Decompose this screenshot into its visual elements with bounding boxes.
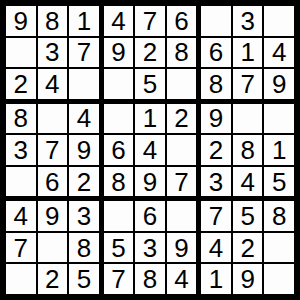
sudoku-cell-r4c8[interactable] <box>233 104 263 134</box>
sudoku-cell-r1c9[interactable] <box>264 6 294 36</box>
sudoku-cell-r8c3[interactable]: 8 <box>69 233 99 263</box>
sudoku-cell-r2c7[interactable]: 6 <box>201 38 231 68</box>
sudoku-cell-r5c6[interactable] <box>167 135 197 165</box>
sudoku-cell-r1c6[interactable]: 6 <box>167 6 197 36</box>
sudoku-cell-r4c6[interactable]: 2 <box>167 104 197 134</box>
sudoku-cell-r2c6[interactable]: 8 <box>167 38 197 68</box>
sudoku-cell-r6c6[interactable]: 7 <box>167 167 197 197</box>
sudoku-cell-r6c7[interactable]: 3 <box>201 167 231 197</box>
sudoku-cell-r6c5[interactable]: 9 <box>135 167 165 197</box>
sudoku-cell-r4c3[interactable]: 4 <box>69 104 99 134</box>
sudoku-cell-r3c1[interactable]: 2 <box>6 69 36 99</box>
sudoku-cell-r6c4[interactable]: 8 <box>104 167 134 197</box>
sudoku-cell-r5c9[interactable]: 1 <box>264 135 294 165</box>
sudoku-cell-r4c2[interactable] <box>38 104 68 134</box>
sudoku-cell-r9c6[interactable]: 4 <box>167 264 197 294</box>
sudoku-cell-r8c1[interactable]: 7 <box>6 233 36 263</box>
sudoku-cell-r3c6[interactable] <box>167 69 197 99</box>
sudoku-cell-r3c5[interactable]: 5 <box>135 69 165 99</box>
sudoku-cell-r2c3[interactable]: 7 <box>69 38 99 68</box>
sudoku-cell-r9c1[interactable] <box>6 264 36 294</box>
sudoku-cell-r9c8[interactable]: 9 <box>233 264 263 294</box>
sudoku-cell-r3c2[interactable]: 4 <box>38 69 68 99</box>
sudoku-cell-r1c8[interactable]: 3 <box>233 6 263 36</box>
sudoku-cell-r7c8[interactable]: 5 <box>233 201 263 231</box>
sudoku-cell-r7c1[interactable]: 4 <box>6 201 36 231</box>
sudoku-cell-r7c2[interactable]: 9 <box>38 201 68 231</box>
sudoku-cell-r1c3[interactable]: 1 <box>69 6 99 36</box>
sudoku-cell-r6c3[interactable]: 2 <box>69 167 99 197</box>
sudoku-cell-r7c4[interactable] <box>104 201 134 231</box>
sudoku-cell-r9c9[interactable] <box>264 264 294 294</box>
sudoku-cell-r6c8[interactable]: 4 <box>233 167 263 197</box>
sudoku-cell-r6c1[interactable] <box>6 167 36 197</box>
sudoku-cell-r3c7[interactable]: 8 <box>201 69 231 99</box>
sudoku-cell-r5c7[interactable]: 2 <box>201 135 231 165</box>
sudoku-cell-r5c3[interactable]: 9 <box>69 135 99 165</box>
sudoku-cell-r5c8[interactable]: 8 <box>233 135 263 165</box>
sudoku-cell-r9c3[interactable]: 5 <box>69 264 99 294</box>
sudoku-cell-r2c9[interactable]: 4 <box>264 38 294 68</box>
sudoku-cell-r5c1[interactable]: 3 <box>6 135 36 165</box>
sudoku-cell-r7c3[interactable]: 3 <box>69 201 99 231</box>
sudoku-cell-r1c5[interactable]: 7 <box>135 6 165 36</box>
sudoku-cell-r7c6[interactable] <box>167 201 197 231</box>
sudoku-cell-r5c4[interactable]: 6 <box>104 135 134 165</box>
sudoku-cell-r2c5[interactable]: 2 <box>135 38 165 68</box>
sudoku-cell-r4c5[interactable]: 1 <box>135 104 165 134</box>
sudoku-cell-r8c2[interactable] <box>38 233 68 263</box>
sudoku-cell-r6c9[interactable]: 5 <box>264 167 294 197</box>
sudoku-cell-r8c5[interactable]: 3 <box>135 233 165 263</box>
sudoku-cell-r7c9[interactable]: 8 <box>264 201 294 231</box>
sudoku-cell-r4c7[interactable]: 9 <box>201 104 231 134</box>
sudoku-cell-r9c4[interactable]: 7 <box>104 264 134 294</box>
sudoku-cell-r5c2[interactable]: 7 <box>38 135 68 165</box>
sudoku-cell-r3c8[interactable]: 7 <box>233 69 263 99</box>
sudoku-cell-r8c7[interactable]: 4 <box>201 233 231 263</box>
sudoku-cell-r4c9[interactable] <box>264 104 294 134</box>
sudoku-cell-r2c4[interactable]: 9 <box>104 38 134 68</box>
sudoku-cell-r1c1[interactable]: 9 <box>6 6 36 36</box>
sudoku-cell-r1c4[interactable]: 4 <box>104 6 134 36</box>
sudoku-cell-r8c6[interactable]: 9 <box>167 233 197 263</box>
sudoku-cell-r9c7[interactable]: 1 <box>201 264 231 294</box>
sudoku-cell-r3c9[interactable]: 9 <box>264 69 294 99</box>
sudoku-cell-r8c4[interactable]: 5 <box>104 233 134 263</box>
sudoku-cell-r3c4[interactable] <box>104 69 134 99</box>
sudoku-cell-r1c2[interactable]: 8 <box>38 6 68 36</box>
sudoku-cell-r2c8[interactable]: 1 <box>233 38 263 68</box>
sudoku-cell-r1c7[interactable] <box>201 6 231 36</box>
sudoku-cell-r9c5[interactable]: 8 <box>135 264 165 294</box>
sudoku-cell-r7c5[interactable]: 6 <box>135 201 165 231</box>
sudoku-cell-r8c9[interactable] <box>264 233 294 263</box>
sudoku-cell-r2c1[interactable] <box>6 38 36 68</box>
sudoku-cell-r4c4[interactable] <box>104 104 134 134</box>
sudoku-cell-r5c5[interactable]: 4 <box>135 135 165 165</box>
sudoku-cell-r8c8[interactable]: 2 <box>233 233 263 263</box>
sudoku-cell-r9c2[interactable]: 2 <box>38 264 68 294</box>
sudoku-cell-r4c1[interactable]: 8 <box>6 104 36 134</box>
sudoku-cell-r7c7[interactable]: 7 <box>201 201 231 231</box>
sudoku-cell-r6c2[interactable]: 6 <box>38 167 68 197</box>
sudoku-board: 9814763379286142458798412937964281628973… <box>0 0 300 300</box>
sudoku-cell-r2c2[interactable]: 3 <box>38 38 68 68</box>
sudoku-cell-r3c3[interactable] <box>69 69 99 99</box>
